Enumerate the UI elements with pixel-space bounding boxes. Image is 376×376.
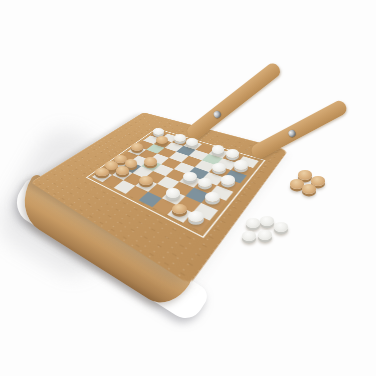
- checkers-piece-white[interactable]: [242, 231, 257, 241]
- mat-strap[interactable]: [249, 98, 349, 161]
- checkers-piece-wood[interactable]: [172, 204, 187, 214]
- checkers-piece-white[interactable]: [234, 160, 248, 169]
- checkers-piece-wood[interactable]: [116, 166, 129, 175]
- checkers-piece-white[interactable]: [260, 216, 275, 226]
- checkers-piece-white[interactable]: [183, 172, 197, 181]
- checkers-piece-white[interactable]: [198, 178, 212, 187]
- product-photo-scene: [0, 0, 376, 376]
- checkers-piece-white[interactable]: [212, 145, 225, 153]
- checkers-piece-white[interactable]: [226, 149, 239, 158]
- checkers-piece-wood[interactable]: [95, 168, 108, 177]
- checkers-piece-white[interactable]: [166, 188, 181, 198]
- checkers-piece-wood[interactable]: [302, 184, 317, 194]
- metal-snap-icon[interactable]: [287, 129, 296, 138]
- checkers-piece-wood[interactable]: [131, 143, 143, 151]
- checkers-piece-white[interactable]: [186, 138, 198, 146]
- checkers-piece-wood[interactable]: [144, 157, 157, 166]
- checkers-piece-white[interactable]: [258, 230, 273, 240]
- checkers-piece-white[interactable]: [212, 163, 226, 172]
- checkers-piece-white[interactable]: [274, 222, 289, 232]
- mat-strap[interactable]: [185, 61, 283, 142]
- checkers-piece-wood[interactable]: [298, 170, 313, 180]
- checkers-piece-white[interactable]: [246, 218, 261, 228]
- checkers-piece-white[interactable]: [188, 211, 204, 222]
- checkers-piece-white[interactable]: [221, 175, 235, 185]
- checkers-piece-wood[interactable]: [156, 136, 168, 144]
- metal-snap-icon[interactable]: [212, 109, 222, 119]
